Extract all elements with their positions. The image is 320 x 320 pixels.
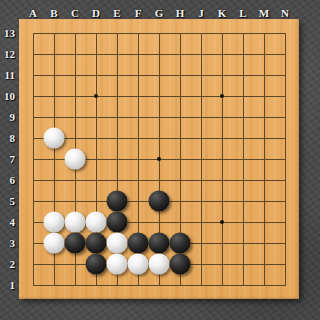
white-stone-G2 — [149, 254, 170, 275]
column-label-H: H — [171, 6, 189, 20]
star-point — [94, 94, 98, 98]
row-label-3: 3 — [0, 236, 15, 250]
white-stone-D4 — [86, 212, 107, 233]
column-label-B: B — [45, 6, 63, 20]
column-label-K: K — [213, 6, 231, 20]
black-stone-G3 — [149, 233, 170, 254]
grid-line-vertical — [201, 33, 202, 286]
grid-line-vertical — [222, 33, 223, 286]
black-stone-E4 — [107, 212, 128, 233]
grid-line-horizontal — [33, 180, 286, 181]
row-label-11: 11 — [0, 68, 15, 82]
white-stone-C4 — [65, 212, 86, 233]
row-label-5: 5 — [0, 194, 15, 208]
white-stone-B4 — [44, 212, 65, 233]
row-label-1: 1 — [0, 278, 15, 292]
star-point — [220, 220, 224, 224]
black-stone-C3 — [65, 233, 86, 254]
white-stone-C7 — [65, 149, 86, 170]
column-label-M: M — [255, 6, 273, 20]
black-stone-D3 — [86, 233, 107, 254]
black-stone-H3 — [170, 233, 191, 254]
star-point — [220, 94, 224, 98]
row-label-8: 8 — [0, 131, 15, 145]
star-point — [157, 157, 161, 161]
row-label-7: 7 — [0, 152, 15, 166]
row-label-4: 4 — [0, 215, 15, 229]
black-stone-E5 — [107, 191, 128, 212]
black-stone-G5 — [149, 191, 170, 212]
row-label-6: 6 — [0, 173, 15, 187]
white-stone-F2 — [128, 254, 149, 275]
white-stone-E3 — [107, 233, 128, 254]
grid-line-vertical — [285, 33, 286, 286]
white-stone-B8 — [44, 128, 65, 149]
go-diagram-screen: ABCDEFGHJKLMN13121110987654321 — [0, 0, 320, 320]
column-label-L: L — [234, 6, 252, 20]
column-label-F: F — [129, 6, 147, 20]
white-stone-E2 — [107, 254, 128, 275]
row-label-2: 2 — [0, 257, 15, 271]
column-label-A: A — [24, 6, 42, 20]
column-label-G: G — [150, 6, 168, 20]
black-stone-D2 — [86, 254, 107, 275]
grid-line-vertical — [243, 33, 244, 286]
row-label-12: 12 — [0, 47, 15, 61]
column-label-C: C — [66, 6, 84, 20]
row-label-9: 9 — [0, 110, 15, 124]
grid-line-horizontal — [33, 285, 286, 286]
go-board[interactable] — [19, 19, 299, 299]
column-label-E: E — [108, 6, 126, 20]
grid-line-vertical — [264, 33, 265, 286]
row-label-10: 10 — [0, 89, 15, 103]
column-label-J: J — [192, 6, 210, 20]
black-stone-F3 — [128, 233, 149, 254]
black-stone-H2 — [170, 254, 191, 275]
row-label-13: 13 — [0, 26, 15, 40]
white-stone-B3 — [44, 233, 65, 254]
column-label-N: N — [276, 6, 294, 20]
column-label-D: D — [87, 6, 105, 20]
